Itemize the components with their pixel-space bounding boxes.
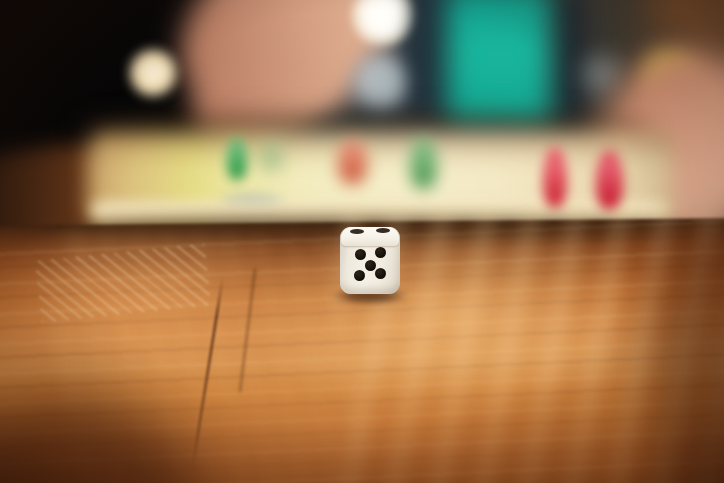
pawn-orange-red-1[interactable]: [338, 140, 367, 184]
die-top-pip-partial: [376, 228, 390, 233]
pawn-green-1[interactable]: [227, 138, 247, 180]
die-top-face: [341, 227, 399, 246]
die-showing-five[interactable]: [340, 227, 400, 299]
die-pip: [354, 270, 365, 281]
die-pip: [355, 249, 366, 260]
die-top-pip-partial: [350, 229, 364, 234]
pawn-red-1[interactable]: [543, 147, 567, 208]
pawn-green-2-faded[interactable]: [259, 142, 283, 170]
photo-scene: [0, 0, 724, 483]
die-pip: [365, 260, 376, 271]
pawn-red-2[interactable]: [596, 150, 623, 210]
die-pip: [375, 268, 386, 279]
die-pip: [375, 247, 386, 258]
pawn-green-3[interactable]: [410, 137, 437, 189]
